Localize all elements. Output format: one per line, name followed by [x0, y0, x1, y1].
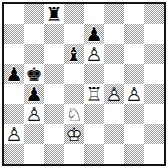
square-d5[interactable] — [64, 64, 84, 84]
square-d4[interactable] — [64, 84, 84, 104]
square-f6[interactable] — [104, 44, 124, 64]
square-b7[interactable] — [24, 24, 44, 44]
white-pawn-piece[interactable]: ♟♙ — [24, 104, 44, 124]
square-d8[interactable] — [64, 4, 84, 24]
square-g8[interactable] — [124, 4, 144, 24]
square-c8[interactable]: ♜ — [44, 4, 64, 24]
square-f1[interactable] — [104, 144, 124, 164]
square-b2[interactable] — [24, 124, 44, 144]
square-c6[interactable] — [44, 44, 64, 64]
square-e7[interactable]: ♟ — [84, 24, 104, 44]
square-b6[interactable] — [24, 44, 44, 64]
black-pawn-piece[interactable]: ♟ — [84, 24, 104, 44]
square-a7[interactable] — [4, 24, 24, 44]
square-c7[interactable] — [44, 24, 64, 44]
square-g5[interactable] — [124, 64, 144, 84]
piece-outline: ♙ — [84, 44, 104, 64]
square-b3[interactable]: ♟♙ — [24, 104, 44, 124]
square-e2[interactable] — [84, 124, 104, 144]
square-e1[interactable] — [84, 144, 104, 164]
square-e5[interactable] — [84, 64, 104, 84]
square-e3[interactable] — [84, 104, 104, 124]
square-h2[interactable] — [144, 124, 164, 144]
square-a5[interactable]: ♟ — [4, 64, 24, 84]
square-h7[interactable] — [144, 24, 164, 44]
square-h4[interactable] — [144, 84, 164, 104]
square-d2[interactable]: ♚♔ — [64, 124, 84, 144]
square-d7[interactable] — [64, 24, 84, 44]
square-a1[interactable] — [4, 144, 24, 164]
square-f2[interactable] — [104, 124, 124, 144]
square-h8[interactable] — [144, 4, 164, 24]
piece-outline: ♘ — [64, 104, 84, 124]
square-e8[interactable] — [84, 4, 104, 24]
square-b1[interactable] — [24, 144, 44, 164]
piece-outline: ♙ — [24, 104, 44, 124]
square-d3[interactable]: ♞♘ — [64, 104, 84, 124]
square-f3[interactable] — [104, 104, 124, 124]
black-pawn-piece[interactable]: ♟ — [24, 84, 44, 104]
square-d1[interactable] — [64, 144, 84, 164]
square-g1[interactable] — [124, 144, 144, 164]
square-h6[interactable] — [144, 44, 164, 64]
piece-outline: ♙ — [124, 84, 144, 104]
square-d6[interactable]: ♝ — [64, 44, 84, 64]
board-frame: ♜♟♝♟♙♟♚♟♜♖♟♙♟♙♟♙♞♘♟♙♚♔ — [2, 2, 166, 166]
square-g7[interactable] — [124, 24, 144, 44]
black-rook-piece[interactable]: ♜ — [44, 4, 64, 24]
black-king-piece[interactable]: ♚ — [24, 64, 44, 84]
square-h3[interactable] — [144, 104, 164, 124]
square-a8[interactable] — [4, 4, 24, 24]
square-e4[interactable]: ♜♖ — [84, 84, 104, 104]
black-pawn-piece[interactable]: ♟ — [4, 64, 24, 84]
white-king-piece[interactable]: ♚♔ — [64, 124, 84, 144]
chess-board: ♜♟♝♟♙♟♚♟♜♖♟♙♟♙♟♙♞♘♟♙♚♔ — [4, 4, 164, 164]
square-b4[interactable]: ♟ — [24, 84, 44, 104]
square-g3[interactable] — [124, 104, 144, 124]
square-c3[interactable] — [44, 104, 64, 124]
piece-outline: ♖ — [84, 84, 104, 104]
square-f4[interactable]: ♟♙ — [104, 84, 124, 104]
white-pawn-piece[interactable]: ♟♙ — [84, 44, 104, 64]
piece-body: ♚ — [24, 64, 44, 84]
square-c2[interactable] — [44, 124, 64, 144]
white-pawn-piece[interactable]: ♟♙ — [104, 84, 124, 104]
piece-body: ♝ — [64, 44, 84, 64]
square-a4[interactable] — [4, 84, 24, 104]
square-e6[interactable]: ♟♙ — [84, 44, 104, 64]
square-c1[interactable] — [44, 144, 64, 164]
square-c5[interactable] — [44, 64, 64, 84]
square-f5[interactable] — [104, 64, 124, 84]
chess-diagram: ♜♟♝♟♙♟♚♟♜♖♟♙♟♙♟♙♞♘♟♙♚♔ — [0, 0, 168, 168]
square-f7[interactable] — [104, 24, 124, 44]
square-b5[interactable]: ♚ — [24, 64, 44, 84]
square-f8[interactable] — [104, 4, 124, 24]
piece-body: ♜ — [44, 4, 64, 24]
square-g2[interactable] — [124, 124, 144, 144]
black-bishop-piece[interactable]: ♝ — [64, 44, 84, 64]
white-pawn-piece[interactable]: ♟♙ — [124, 84, 144, 104]
piece-outline: ♙ — [4, 124, 24, 144]
piece-body: ♟ — [84, 24, 104, 44]
square-g6[interactable] — [124, 44, 144, 64]
square-a2[interactable]: ♟♙ — [4, 124, 24, 144]
piece-outline: ♙ — [104, 84, 124, 104]
square-h1[interactable] — [144, 144, 164, 164]
piece-body: ♟ — [24, 84, 44, 104]
square-h5[interactable] — [144, 64, 164, 84]
piece-body: ♟ — [4, 64, 24, 84]
square-a3[interactable] — [4, 104, 24, 124]
white-knight-piece[interactable]: ♞♘ — [64, 104, 84, 124]
square-c4[interactable] — [44, 84, 64, 104]
piece-outline: ♔ — [64, 124, 84, 144]
square-g4[interactable]: ♟♙ — [124, 84, 144, 104]
white-pawn-piece[interactable]: ♟♙ — [4, 124, 24, 144]
square-b8[interactable] — [24, 4, 44, 24]
white-rook-piece[interactable]: ♜♖ — [84, 84, 104, 104]
square-a6[interactable] — [4, 44, 24, 64]
